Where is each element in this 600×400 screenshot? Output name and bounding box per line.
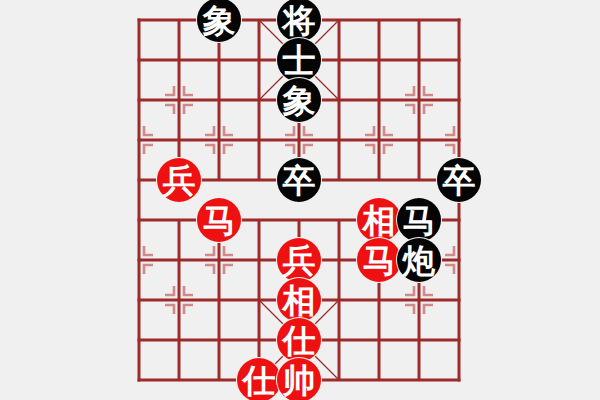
piece-red-elephant-g6[interactable]: 相 [357,198,401,242]
piece-red-soldier-e7[interactable]: 兵 [277,238,321,282]
piece-red-soldier-b5[interactable]: 兵 [157,158,201,202]
piece-red-general-e10[interactable]: 帅 [277,358,321,400]
piece-black-cannon-h7[interactable]: 炮 [397,238,441,282]
piece-red-horse-g7[interactable]: 马 [357,238,401,282]
piece-black-soldier-i5[interactable]: 卒 [437,158,481,202]
piece-black-general-e1[interactable]: 将 [277,0,321,42]
piece-black-horse-h6[interactable]: 马 [397,198,441,242]
piece-black-advisor-e2[interactable]: 士 [277,38,321,82]
piece-black-soldier-e5[interactable]: 卒 [277,158,321,202]
piece-black-elephant-e3[interactable]: 象 [277,78,321,122]
piece-red-elephant-e8[interactable]: 相 [277,278,321,322]
piece-red-advisor-e9[interactable]: 仕 [277,318,321,362]
piece-red-horse-c6[interactable]: 马 [197,198,241,242]
piece-black-elephant-c1[interactable]: 象 [197,0,241,42]
xiangqi-board[interactable]: 象将士象兵卒卒马相马兵马炮相仕仕帅 [0,0,600,400]
pieces-layer: 象将士象兵卒卒马相马兵马炮相仕仕帅 [119,0,479,400]
piece-red-advisor-d10[interactable]: 仕 [237,358,281,400]
